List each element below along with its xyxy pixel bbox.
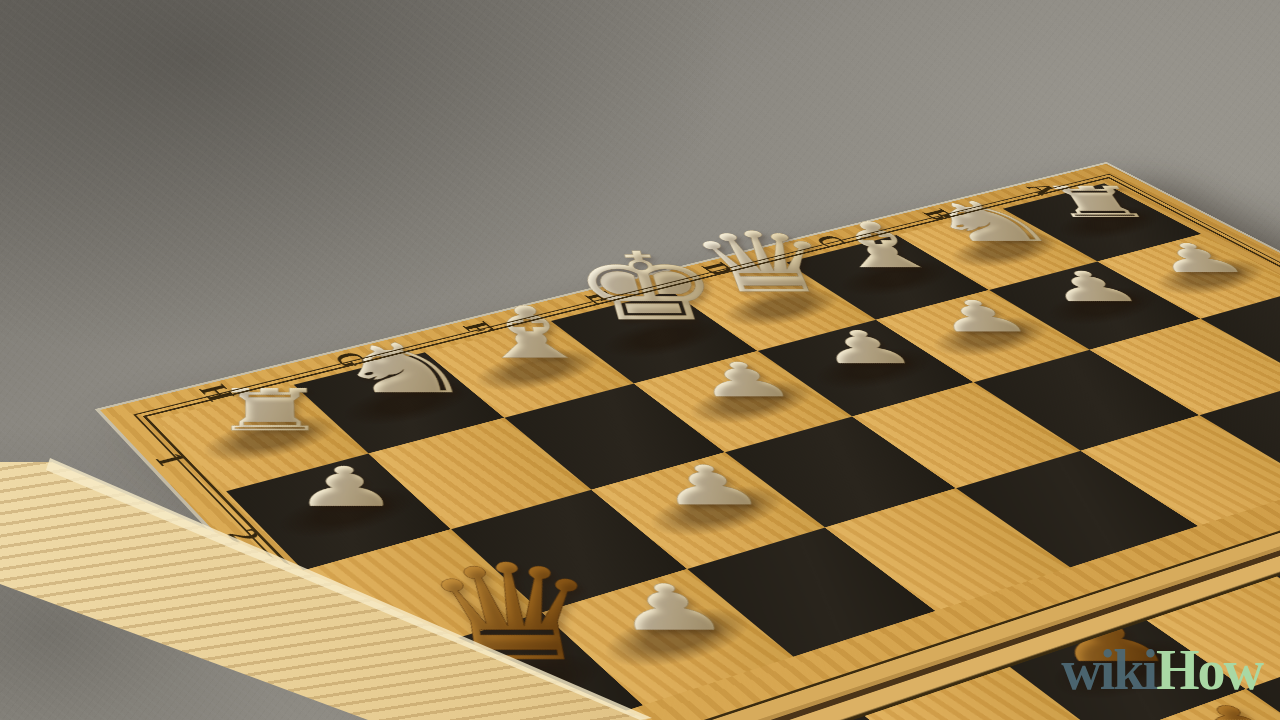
how-text: How	[1156, 639, 1262, 701]
bishop-glyph: ♝	[461, 292, 602, 376]
pawn-glyph: ♟	[684, 352, 804, 407]
pawn-glyph: ♟	[1134, 235, 1260, 281]
wikihow-watermark: wikiHow	[1061, 642, 1262, 698]
knight-glyph: ♞	[328, 329, 481, 409]
photo-canvas: { "game": { "type": "chess", "scene": "A…	[0, 0, 1280, 720]
wiki-text: wiki	[1061, 639, 1156, 701]
